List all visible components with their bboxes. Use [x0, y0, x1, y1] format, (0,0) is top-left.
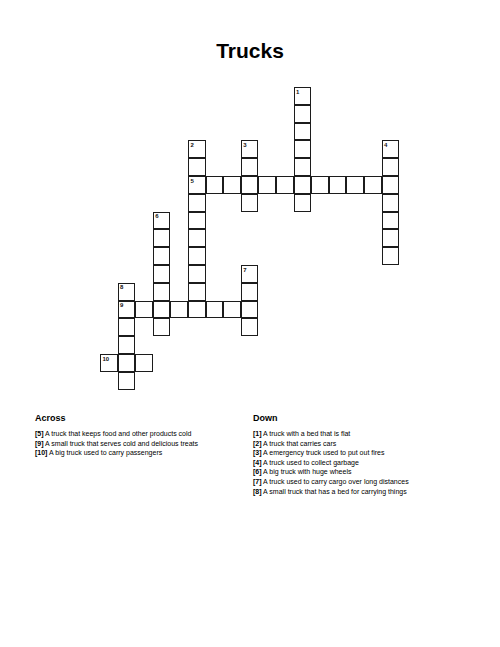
crossword-cell[interactable]	[135, 354, 153, 372]
crossword-cell[interactable]	[294, 176, 312, 194]
clue-number: 5	[191, 178, 194, 184]
clue: [8] A small truck that has a bed for car…	[253, 487, 488, 497]
crossword-cell[interactable]	[206, 301, 224, 319]
crossword-cell[interactable]	[188, 158, 206, 176]
down-clues-section: Down [1] A truck with a bed that is flat…	[253, 413, 488, 496]
clue-number: 9	[120, 302, 123, 308]
crossword-cell[interactable]	[382, 194, 400, 212]
crossword-cell[interactable]	[153, 229, 171, 247]
down-heading: Down	[253, 413, 488, 423]
crossword-cell[interactable]: 9	[118, 301, 136, 319]
clue-num: [8]	[253, 488, 262, 495]
crossword-cell[interactable]	[294, 105, 312, 123]
clue-number: 3	[243, 142, 246, 148]
clue-num: [5]	[35, 430, 44, 437]
clue: [9] A small truck that serves cold and d…	[35, 439, 250, 449]
clue-text: A truck that keeps food and other produc…	[44, 430, 192, 437]
crossword-cell[interactable]	[188, 229, 206, 247]
clue: [6] A big truck with huge wheels	[253, 467, 488, 477]
crossword-cell[interactable]	[364, 176, 382, 194]
crossword-cell[interactable]	[329, 176, 347, 194]
crossword-cell[interactable]	[382, 247, 400, 265]
crossword-cell[interactable]: 2	[188, 140, 206, 158]
crossword-cell[interactable]	[382, 229, 400, 247]
crossword-grid: 12345678910	[100, 87, 402, 392]
clue-number: 2	[191, 142, 194, 148]
crossword-cell[interactable]	[241, 301, 259, 319]
crossword-cell[interactable]	[223, 176, 241, 194]
down-clue-list: [1] A truck with a bed that is flat[2] A…	[253, 429, 488, 496]
crossword-cell[interactable]	[188, 212, 206, 230]
clue-text: A emergency truck used to put out fires	[262, 449, 385, 456]
crossword-cell[interactable]	[188, 265, 206, 283]
clue-number: 4	[384, 142, 387, 148]
clue-num: [7]	[253, 478, 262, 485]
crossword-cell[interactable]: 1	[294, 87, 312, 105]
across-heading: Across	[35, 413, 250, 423]
crossword-cell[interactable]	[276, 176, 294, 194]
clue-text: A small truck that serves cold and delic…	[44, 440, 198, 447]
crossword-cell[interactable]	[382, 212, 400, 230]
crossword-cell[interactable]	[241, 283, 259, 301]
clue-num: [6]	[253, 468, 262, 475]
crossword-cell[interactable]	[382, 158, 400, 176]
clue-number: 8	[120, 284, 123, 290]
crossword-cell[interactable]: 3	[241, 140, 259, 158]
crossword-cell[interactable]	[118, 372, 136, 390]
clue: [7] A truck used to carry cargo over lon…	[253, 477, 488, 487]
clue: [4] A truck used to collect garbage	[253, 458, 488, 468]
crossword-cell[interactable]: 8	[118, 283, 136, 301]
crossword-cell[interactable]	[382, 176, 400, 194]
crossword-cell[interactable]	[188, 194, 206, 212]
clue-num: [9]	[35, 440, 44, 447]
clue: [2] A truck that carries cars	[253, 439, 488, 449]
crossword-cell[interactable]	[188, 283, 206, 301]
crossword-cell[interactable]	[294, 158, 312, 176]
crossword-cell[interactable]: 10	[100, 354, 118, 372]
clue-number: 7	[243, 267, 246, 273]
clue-num: [2]	[253, 440, 262, 447]
crossword-cell[interactable]	[118, 354, 136, 372]
clue: [10] A big truck used to carry passenger…	[35, 448, 250, 458]
crossword-cell[interactable]	[346, 176, 364, 194]
crossword-cell[interactable]	[188, 247, 206, 265]
crossword-cell[interactable]	[258, 176, 276, 194]
crossword-cell[interactable]: 6	[153, 212, 171, 230]
clue-number: 1	[296, 89, 299, 95]
clue-num: [4]	[253, 459, 262, 466]
clue-number: 6	[155, 213, 158, 219]
crossword-cell[interactable]	[153, 318, 171, 336]
crossword-cell[interactable]	[241, 176, 259, 194]
clue-text: A truck that carries cars	[262, 440, 337, 447]
crossword-cell[interactable]	[241, 318, 259, 336]
crossword-cell[interactable]: 7	[241, 265, 259, 283]
crossword-cell[interactable]	[241, 158, 259, 176]
crossword-cell[interactable]	[294, 140, 312, 158]
crossword-cell[interactable]	[135, 301, 153, 319]
clue-num: [1]	[253, 430, 262, 437]
crossword-cell[interactable]	[206, 176, 224, 194]
crossword-cell[interactable]	[153, 247, 171, 265]
crossword-cell[interactable]	[311, 176, 329, 194]
puzzle-title: Trucks	[0, 39, 500, 63]
crossword-cell[interactable]	[153, 283, 171, 301]
clue-text: A truck used to collect garbage	[262, 459, 359, 466]
clue: [3] A emergency truck used to put out fi…	[253, 448, 488, 458]
clue-text: A big truck with huge wheels	[262, 468, 352, 475]
clue-num: [10]	[35, 449, 47, 456]
crossword-cell[interactable]	[294, 194, 312, 212]
clue-number: 10	[103, 356, 110, 362]
crossword-cell[interactable]	[153, 301, 171, 319]
crossword-cell[interactable]	[118, 336, 136, 354]
crossword-cell[interactable]	[170, 301, 188, 319]
crossword-cell[interactable]	[223, 301, 241, 319]
clue-text: A small truck that has a bed for carryin…	[262, 488, 407, 495]
crossword-cell[interactable]: 5	[188, 176, 206, 194]
clue-num: [3]	[253, 449, 262, 456]
crossword-cell[interactable]: 4	[382, 140, 400, 158]
clue: [1] A truck with a bed that is flat	[253, 429, 488, 439]
crossword-page: Trucks 12345678910 Across [5] A truck th…	[0, 0, 500, 647]
crossword-cell[interactable]	[294, 123, 312, 141]
crossword-cell[interactable]	[188, 301, 206, 319]
crossword-cell[interactable]	[241, 194, 259, 212]
clue-text: A truck with a bed that is flat	[262, 430, 351, 437]
clue-text: A big truck used to carry passengers	[47, 449, 162, 456]
clue: [5] A truck that keeps food and other pr…	[35, 429, 250, 439]
across-clues-section: Across [5] A truck that keeps food and o…	[35, 413, 250, 458]
clue-text: A truck used to carry cargo over long di…	[262, 478, 409, 485]
crossword-cell[interactable]	[118, 318, 136, 336]
across-clue-list: [5] A truck that keeps food and other pr…	[35, 429, 250, 458]
crossword-cell[interactable]	[153, 265, 171, 283]
